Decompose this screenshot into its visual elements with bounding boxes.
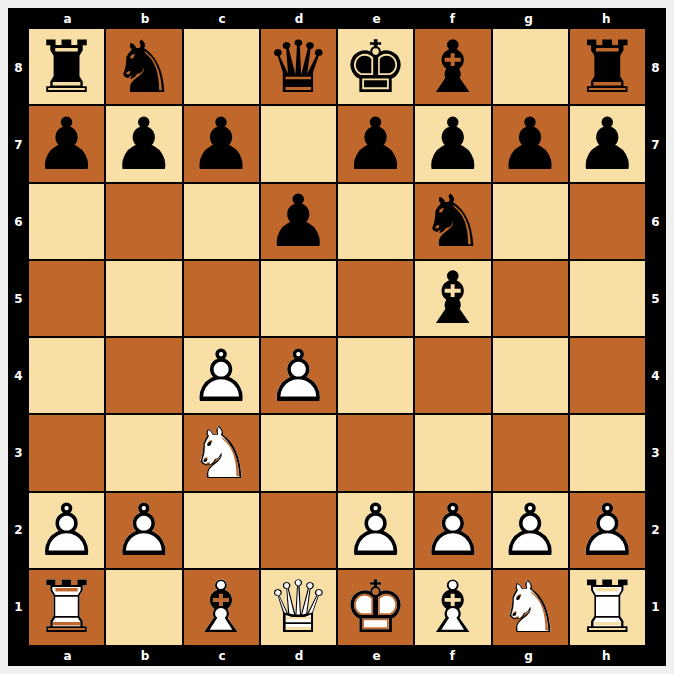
piece-black-bishop[interactable]: ♝ bbox=[415, 29, 490, 104]
white-piece-outline-glyph: ♗ bbox=[184, 570, 259, 645]
black-piece-glyph: ♟ bbox=[29, 106, 104, 181]
square-b6[interactable] bbox=[106, 184, 181, 259]
piece-black-pawn[interactable]: ♟ bbox=[29, 106, 104, 181]
piece-black-pawn[interactable]: ♟ bbox=[338, 106, 413, 181]
chess-board: ♜♞♛♚♝♜♟♟♟♟♟♟♟♟♞♝♟♙♟♙♞♘♟♙♟♙♟♙♟♙♟♙♟♙♜♖♝♗♛♕… bbox=[29, 29, 645, 645]
square-h7[interactable]: ♟ bbox=[570, 106, 645, 181]
piece-black-rook[interactable]: ♜ bbox=[570, 29, 645, 104]
square-f7[interactable]: ♟ bbox=[415, 106, 490, 181]
piece-white-pawn[interactable]: ♟♙ bbox=[415, 493, 490, 568]
square-g7[interactable]: ♟ bbox=[493, 106, 568, 181]
file-label-g-top: g bbox=[490, 8, 568, 29]
square-f4[interactable] bbox=[415, 338, 490, 413]
square-h5[interactable] bbox=[570, 261, 645, 336]
piece-black-bishop[interactable]: ♝ bbox=[415, 261, 490, 336]
rank-label-7-right: 7 bbox=[645, 106, 666, 183]
square-g1[interactable]: ♞♘ bbox=[493, 570, 568, 645]
black-piece-glyph: ♟ bbox=[106, 106, 181, 181]
rank-label-1-right: 1 bbox=[645, 568, 666, 645]
square-a8[interactable]: ♜ bbox=[29, 29, 104, 104]
black-piece-glyph: ♟ bbox=[570, 106, 645, 181]
square-g4[interactable] bbox=[493, 338, 568, 413]
square-c4[interactable]: ♟♙ bbox=[184, 338, 259, 413]
rank-label-3-left: 3 bbox=[8, 414, 29, 491]
square-d4[interactable]: ♟♙ bbox=[261, 338, 336, 413]
square-f2[interactable]: ♟♙ bbox=[415, 493, 490, 568]
square-d3[interactable] bbox=[261, 415, 336, 490]
rank-label-2-right: 2 bbox=[645, 491, 666, 568]
piece-white-pawn[interactable]: ♟♙ bbox=[261, 338, 336, 413]
square-d5[interactable] bbox=[261, 261, 336, 336]
square-h3[interactable] bbox=[570, 415, 645, 490]
rank-labels-right: 87654321 bbox=[645, 29, 666, 645]
piece-white-pawn[interactable]: ♟♙ bbox=[493, 493, 568, 568]
piece-white-pawn[interactable]: ♟♙ bbox=[184, 338, 259, 413]
file-label-b-bottom: b bbox=[106, 645, 184, 666]
white-piece-outline-glyph: ♘ bbox=[184, 415, 259, 490]
black-piece-glyph: ♞ bbox=[106, 29, 181, 104]
square-a4[interactable] bbox=[29, 338, 104, 413]
white-piece-outline-glyph: ♗ bbox=[415, 570, 490, 645]
piece-black-knight[interactable]: ♞ bbox=[106, 29, 181, 104]
square-a5[interactable] bbox=[29, 261, 104, 336]
white-piece-outline-glyph: ♖ bbox=[29, 570, 104, 645]
piece-white-pawn[interactable]: ♟♙ bbox=[338, 493, 413, 568]
piece-black-knight[interactable]: ♞ bbox=[415, 184, 490, 259]
piece-black-rook[interactable]: ♜ bbox=[29, 29, 104, 104]
square-g6[interactable] bbox=[493, 184, 568, 259]
square-g8[interactable] bbox=[493, 29, 568, 104]
piece-black-pawn[interactable]: ♟ bbox=[184, 106, 259, 181]
black-piece-glyph: ♞ bbox=[415, 184, 490, 259]
piece-white-knight[interactable]: ♞♘ bbox=[184, 415, 259, 490]
white-piece-outline-glyph: ♕ bbox=[261, 570, 336, 645]
square-e2[interactable]: ♟♙ bbox=[338, 493, 413, 568]
rank-label-1-left: 1 bbox=[8, 568, 29, 645]
black-piece-glyph: ♟ bbox=[493, 106, 568, 181]
white-piece-outline-glyph: ♖ bbox=[570, 570, 645, 645]
square-e4[interactable] bbox=[338, 338, 413, 413]
piece-white-knight[interactable]: ♞♘ bbox=[493, 570, 568, 645]
rank-label-8-left: 8 bbox=[8, 29, 29, 106]
piece-black-king[interactable]: ♚ bbox=[338, 29, 413, 104]
white-piece-outline-glyph: ♙ bbox=[570, 493, 645, 568]
black-piece-glyph: ♝ bbox=[415, 261, 490, 336]
piece-black-pawn[interactable]: ♟ bbox=[106, 106, 181, 181]
square-h1[interactable]: ♜♖ bbox=[570, 570, 645, 645]
rank-labels-left: 87654321 bbox=[8, 29, 29, 645]
black-piece-glyph: ♟ bbox=[184, 106, 259, 181]
square-h8[interactable]: ♜ bbox=[570, 29, 645, 104]
piece-white-bishop[interactable]: ♝♗ bbox=[184, 570, 259, 645]
rank-label-5-left: 5 bbox=[8, 260, 29, 337]
white-piece-outline-glyph: ♙ bbox=[261, 338, 336, 413]
piece-white-pawn[interactable]: ♟♙ bbox=[570, 493, 645, 568]
square-c8[interactable] bbox=[184, 29, 259, 104]
white-piece-outline-glyph: ♙ bbox=[338, 493, 413, 568]
rank-label-6-left: 6 bbox=[8, 183, 29, 260]
square-b8[interactable]: ♞ bbox=[106, 29, 181, 104]
rank-label-4-right: 4 bbox=[645, 337, 666, 414]
square-b2[interactable]: ♟♙ bbox=[106, 493, 181, 568]
square-f6[interactable]: ♞ bbox=[415, 184, 490, 259]
square-c3[interactable]: ♞♘ bbox=[184, 415, 259, 490]
black-piece-glyph: ♚ bbox=[338, 29, 413, 104]
square-b3[interactable] bbox=[106, 415, 181, 490]
square-g3[interactable] bbox=[493, 415, 568, 490]
square-f1[interactable]: ♝♗ bbox=[415, 570, 490, 645]
square-h4[interactable] bbox=[570, 338, 645, 413]
chess-board-frame: abcdefgh abcdefgh 87654321 87654321 ♜♞♛♚… bbox=[8, 8, 666, 666]
square-d2[interactable] bbox=[261, 493, 336, 568]
square-e5[interactable] bbox=[338, 261, 413, 336]
white-piece-outline-glyph: ♘ bbox=[493, 570, 568, 645]
rank-label-4-left: 4 bbox=[8, 337, 29, 414]
square-c7[interactable]: ♟ bbox=[184, 106, 259, 181]
white-piece-outline-glyph: ♙ bbox=[415, 493, 490, 568]
white-piece-outline-glyph: ♙ bbox=[184, 338, 259, 413]
square-b4[interactable] bbox=[106, 338, 181, 413]
square-b7[interactable]: ♟ bbox=[106, 106, 181, 181]
rank-label-3-right: 3 bbox=[645, 414, 666, 491]
square-e3[interactable] bbox=[338, 415, 413, 490]
black-piece-glyph: ♜ bbox=[29, 29, 104, 104]
black-piece-glyph: ♟ bbox=[338, 106, 413, 181]
piece-white-pawn[interactable]: ♟♙ bbox=[106, 493, 181, 568]
piece-black-pawn[interactable]: ♟ bbox=[415, 106, 490, 181]
white-piece-outline-glyph: ♙ bbox=[29, 493, 104, 568]
rank-label-5-right: 5 bbox=[645, 260, 666, 337]
square-h6[interactable] bbox=[570, 184, 645, 259]
square-a1[interactable]: ♜♖ bbox=[29, 570, 104, 645]
square-d7[interactable] bbox=[261, 106, 336, 181]
piece-white-queen[interactable]: ♛♕ bbox=[261, 570, 336, 645]
square-e6[interactable] bbox=[338, 184, 413, 259]
square-e7[interactable]: ♟ bbox=[338, 106, 413, 181]
square-d1[interactable]: ♛♕ bbox=[261, 570, 336, 645]
piece-black-pawn[interactable]: ♟ bbox=[493, 106, 568, 181]
square-f3[interactable] bbox=[415, 415, 490, 490]
piece-black-pawn[interactable]: ♟ bbox=[261, 184, 336, 259]
black-piece-glyph: ♟ bbox=[415, 106, 490, 181]
square-a2[interactable]: ♟♙ bbox=[29, 493, 104, 568]
square-f8[interactable]: ♝ bbox=[415, 29, 490, 104]
piece-black-queen[interactable]: ♛ bbox=[261, 29, 336, 104]
square-c1[interactable]: ♝♗ bbox=[184, 570, 259, 645]
rank-label-8-right: 8 bbox=[645, 29, 666, 106]
square-c5[interactable] bbox=[184, 261, 259, 336]
square-e1[interactable]: ♚♔ bbox=[338, 570, 413, 645]
black-piece-glyph: ♟ bbox=[261, 184, 336, 259]
square-a6[interactable] bbox=[29, 184, 104, 259]
rank-label-2-left: 2 bbox=[8, 491, 29, 568]
file-label-c-top: c bbox=[184, 8, 260, 29]
white-piece-outline-glyph: ♙ bbox=[493, 493, 568, 568]
piece-white-bishop[interactable]: ♝♗ bbox=[415, 570, 490, 645]
white-piece-outline-glyph: ♔ bbox=[338, 570, 413, 645]
piece-white-king[interactable]: ♚♔ bbox=[338, 570, 413, 645]
rank-label-7-left: 7 bbox=[8, 106, 29, 183]
square-b5[interactable] bbox=[106, 261, 181, 336]
black-piece-glyph: ♝ bbox=[415, 29, 490, 104]
black-piece-glyph: ♜ bbox=[570, 29, 645, 104]
square-a3[interactable] bbox=[29, 415, 104, 490]
piece-white-rook[interactable]: ♜♖ bbox=[29, 570, 104, 645]
square-b1[interactable] bbox=[106, 570, 181, 645]
square-a7[interactable]: ♟ bbox=[29, 106, 104, 181]
square-c2[interactable] bbox=[184, 493, 259, 568]
rank-label-6-right: 6 bbox=[645, 183, 666, 260]
square-c6[interactable] bbox=[184, 184, 259, 259]
square-g5[interactable] bbox=[493, 261, 568, 336]
piece-white-rook[interactable]: ♜♖ bbox=[570, 570, 645, 645]
square-f5[interactable]: ♝ bbox=[415, 261, 490, 336]
white-piece-outline-glyph: ♙ bbox=[106, 493, 181, 568]
square-d8[interactable]: ♛ bbox=[261, 29, 336, 104]
piece-black-pawn[interactable]: ♟ bbox=[570, 106, 645, 181]
black-piece-glyph: ♛ bbox=[261, 29, 336, 104]
square-h2[interactable]: ♟♙ bbox=[570, 493, 645, 568]
square-g2[interactable]: ♟♙ bbox=[493, 493, 568, 568]
square-d6[interactable]: ♟ bbox=[261, 184, 336, 259]
square-e8[interactable]: ♚ bbox=[338, 29, 413, 104]
piece-white-pawn[interactable]: ♟♙ bbox=[29, 493, 104, 568]
